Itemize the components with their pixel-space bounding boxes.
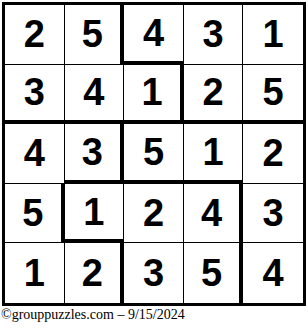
cell-r3c5: 2 <box>243 124 303 184</box>
cell-r5c5: 4 <box>243 243 303 303</box>
cell-r4c2: 1 <box>65 184 125 244</box>
cell-r2c4: 2 <box>184 65 244 125</box>
cell-r4c1: 5 <box>5 184 65 244</box>
cell-r5c3: 3 <box>124 243 184 303</box>
cell-r1c3: 4 <box>124 5 184 65</box>
cell-r5c1: 1 <box>5 243 65 303</box>
cell-r3c4: 1 <box>184 124 244 184</box>
cell-r2c3: 1 <box>124 65 184 125</box>
cell-r1c5: 1 <box>243 5 303 65</box>
copyright-credit: ©grouppuzzles.com – 9/15/2024 <box>1 307 307 323</box>
cell-r4c3: 2 <box>124 184 184 244</box>
cell-r5c2: 2 <box>65 243 125 303</box>
cell-r4c5: 3 <box>243 184 303 244</box>
cell-r1c2: 5 <box>65 5 125 65</box>
cell-r1c1: 2 <box>5 5 65 65</box>
cell-r2c5: 5 <box>243 65 303 125</box>
cell-r4c4: 4 <box>184 184 244 244</box>
cell-r1c4: 3 <box>184 5 244 65</box>
cell-r3c3: 5 <box>124 124 184 184</box>
cell-r5c4: 5 <box>184 243 244 303</box>
puzzle-board: 2543134125435125124312354 <box>2 2 306 306</box>
cell-r3c1: 4 <box>5 124 65 184</box>
cell-r2c2: 4 <box>65 65 125 125</box>
cell-r3c2: 3 <box>65 124 125 184</box>
cell-r2c1: 3 <box>5 65 65 125</box>
